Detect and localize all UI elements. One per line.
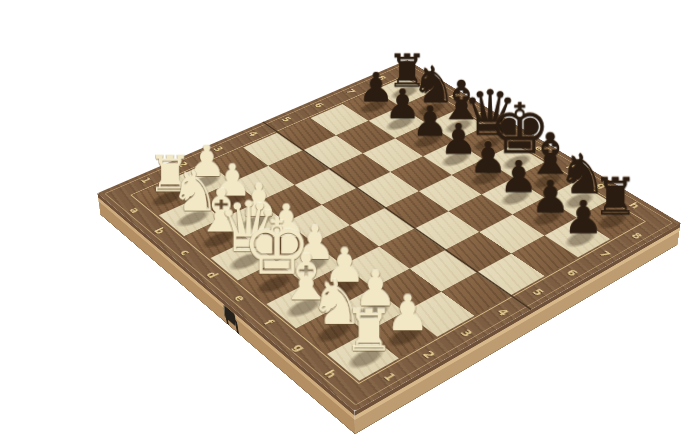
- clasp-bail-icon: [225, 313, 241, 348]
- square-h1[interactable]: ♜: [327, 333, 399, 381]
- product-photo-stage: ♜♟♟♜♞♟♟♞♝♟♟♝♛♟♟♛♚♟♟♚♝♟♟♝♞♟♟♞♜♟♟♜ 1122334…: [0, 0, 700, 434]
- playing-field: ♜♟♟♜♞♟♟♞♝♟♟♝♛♟♟♛♚♟♟♚♝♟♟♝♞♟♟♞♜♟♟♜: [134, 77, 641, 381]
- chessboard: ♜♟♟♜♞♟♟♞♝♟♟♝♛♟♟♛♚♟♟♚♝♟♟♝♞♟♟♞♜♟♟♜ 1122334…: [97, 60, 680, 412]
- piece-white-rook-h1[interactable]: ♜: [317, 303, 420, 360]
- piece-black-pawn-h7[interactable]: ♟: [537, 195, 630, 240]
